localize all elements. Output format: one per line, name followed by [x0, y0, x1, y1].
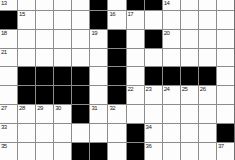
white-cell-r0c6[interactable] — [108, 0, 125, 10]
white-cell-r5c12[interactable] — [217, 86, 234, 104]
black-cell-r4c3 — [54, 67, 71, 85]
white-cell-r6c0[interactable]: 27 — [0, 105, 17, 123]
white-cell-r2c4[interactable] — [72, 30, 89, 48]
white-cell-r2c9[interactable]: 20 — [163, 30, 180, 48]
white-cell-r8c12[interactable]: 37 — [217, 143, 234, 160]
white-cell-r1c9[interactable] — [163, 11, 180, 29]
crossword-screenshot: 1314151617181920212223242526272829303132… — [0, 0, 235, 160]
white-cell-r5c9[interactable]: 24 — [163, 86, 180, 104]
white-cell-r3c2[interactable] — [36, 49, 53, 67]
clue-number-16: 16 — [109, 11, 115, 18]
black-cell-r7c7 — [127, 124, 144, 142]
white-cell-r6c7[interactable] — [127, 105, 144, 123]
clue-number-21: 21 — [1, 49, 7, 56]
white-cell-r3c8[interactable] — [145, 49, 162, 67]
white-cell-r0c10[interactable] — [181, 0, 198, 10]
clue-number-27: 27 — [1, 105, 7, 112]
white-cell-r7c3[interactable] — [54, 124, 71, 142]
white-cell-r5c10[interactable]: 25 — [181, 86, 198, 104]
white-cell-r7c10[interactable] — [181, 124, 198, 142]
clue-number-17: 17 — [128, 11, 134, 18]
white-cell-r3c1[interactable] — [18, 49, 35, 67]
white-cell-r8c6[interactable] — [108, 143, 125, 160]
clue-number-28: 28 — [19, 105, 25, 112]
white-cell-r7c4[interactable] — [72, 124, 89, 142]
white-cell-r4c5[interactable] — [90, 67, 107, 85]
white-cell-r1c1[interactable]: 15 — [18, 11, 35, 29]
white-cell-r1c8[interactable] — [145, 11, 162, 29]
white-cell-r2c10[interactable] — [181, 30, 198, 48]
white-cell-r5c5[interactable] — [90, 86, 107, 104]
black-cell-r4c4 — [72, 67, 89, 85]
white-cell-r6c10[interactable] — [181, 105, 198, 123]
white-cell-r8c2[interactable] — [36, 143, 53, 160]
white-cell-r3c0[interactable]: 21 — [0, 49, 17, 67]
white-cell-r0c11[interactable] — [199, 0, 216, 10]
white-cell-r3c9[interactable] — [163, 49, 180, 67]
black-cell-r1c0 — [0, 11, 17, 29]
clue-number-18: 18 — [1, 30, 7, 37]
white-cell-r8c8[interactable]: 36 — [145, 143, 162, 160]
clue-number-30: 30 — [55, 105, 61, 112]
black-cell-r3c6 — [108, 49, 125, 67]
black-cell-r4c8 — [145, 67, 162, 85]
black-cell-r4c10 — [181, 67, 198, 85]
white-cell-r3c10[interactable] — [181, 49, 198, 67]
white-cell-r6c9[interactable] — [163, 105, 180, 123]
white-cell-r0c0[interactable]: 13 — [0, 0, 17, 10]
white-cell-r7c11[interactable] — [199, 124, 216, 142]
white-cell-r3c3[interactable] — [54, 49, 71, 67]
white-cell-r1c11[interactable] — [199, 11, 216, 29]
white-cell-r1c12[interactable] — [217, 11, 234, 29]
black-cell-r5c6 — [108, 86, 125, 104]
white-cell-r8c10[interactable] — [181, 143, 198, 160]
black-cell-r6c4 — [72, 105, 89, 123]
black-cell-r0c7 — [127, 0, 144, 10]
white-cell-r1c3[interactable] — [54, 11, 71, 29]
white-cell-r8c11[interactable] — [199, 143, 216, 160]
white-cell-r8c3[interactable] — [54, 143, 71, 160]
black-cell-r4c9 — [163, 67, 180, 85]
white-cell-r5c11[interactable]: 26 — [199, 86, 216, 104]
white-cell-r8c1[interactable] — [18, 143, 35, 160]
black-cell-r5c1 — [18, 86, 35, 104]
clue-number-20: 20 — [164, 30, 170, 37]
white-cell-r2c7[interactable] — [127, 30, 144, 48]
white-cell-r1c4[interactable] — [72, 11, 89, 29]
black-cell-r2c6 — [108, 30, 125, 48]
white-cell-r8c9[interactable] — [163, 143, 180, 160]
black-cell-r7c12 — [217, 124, 234, 142]
clue-number-36: 36 — [146, 143, 152, 150]
white-cell-r0c9[interactable]: 14 — [163, 0, 180, 10]
clue-number-19: 19 — [91, 30, 97, 37]
clue-number-22: 22 — [128, 86, 134, 93]
white-cell-r0c12[interactable] — [217, 0, 234, 10]
white-cell-r3c12[interactable] — [217, 49, 234, 67]
white-cell-r3c11[interactable] — [199, 49, 216, 67]
black-cell-r5c3 — [54, 86, 71, 104]
white-cell-r2c1[interactable] — [18, 30, 35, 48]
white-cell-r6c8[interactable] — [145, 105, 162, 123]
white-cell-r5c8[interactable]: 23 — [145, 86, 162, 104]
white-cell-r6c6[interactable]: 32 — [108, 105, 125, 123]
white-cell-r4c12[interactable] — [217, 67, 234, 85]
white-cell-r8c0[interactable]: 35 — [0, 143, 17, 160]
white-cell-r2c0[interactable]: 18 — [0, 30, 17, 48]
black-cell-r2c8 — [145, 30, 162, 48]
white-cell-r4c7[interactable] — [127, 67, 144, 85]
white-cell-r7c0[interactable]: 33 — [0, 124, 17, 142]
white-cell-r7c2[interactable] — [36, 124, 53, 142]
black-cell-r8c7 — [127, 143, 144, 160]
white-cell-r6c2[interactable]: 29 — [36, 105, 53, 123]
clue-number-15: 15 — [19, 11, 25, 18]
clue-number-23: 23 — [146, 86, 152, 93]
black-cell-r4c2 — [36, 67, 53, 85]
white-cell-r4c0[interactable] — [0, 67, 17, 85]
white-cell-r7c8[interactable]: 34 — [145, 124, 162, 142]
white-cell-r3c7[interactable] — [127, 49, 144, 67]
white-cell-r2c12[interactable] — [217, 30, 234, 48]
black-cell-r8c5 — [90, 143, 107, 160]
clue-number-26: 26 — [200, 86, 206, 93]
black-cell-r0c8 — [145, 0, 162, 10]
white-cell-r3c5[interactable] — [90, 49, 107, 67]
clue-number-35: 35 — [1, 143, 7, 150]
white-cell-r2c5[interactable]: 19 — [90, 30, 107, 48]
white-cell-r0c3[interactable] — [54, 0, 71, 10]
white-cell-r0c1[interactable] — [18, 0, 35, 10]
clue-number-25: 25 — [182, 86, 188, 93]
white-cell-r5c7[interactable]: 22 — [127, 86, 144, 104]
crossword-grid: 1314151617181920212223242526272829303132… — [0, 0, 235, 160]
black-cell-r5c2 — [36, 86, 53, 104]
white-cell-r2c2[interactable] — [36, 30, 53, 48]
white-cell-r1c7[interactable]: 17 — [127, 11, 144, 29]
white-cell-r1c10[interactable] — [181, 11, 198, 29]
white-cell-r6c11[interactable] — [199, 105, 216, 123]
black-cell-r4c11 — [199, 67, 216, 85]
white-cell-r6c3[interactable]: 30 — [54, 105, 71, 123]
white-cell-r7c6[interactable] — [108, 124, 125, 142]
white-cell-r2c11[interactable] — [199, 30, 216, 48]
white-cell-r1c6[interactable]: 16 — [108, 11, 125, 29]
black-cell-r4c6 — [108, 67, 125, 85]
white-cell-r7c5[interactable] — [90, 124, 107, 142]
white-cell-r6c5[interactable]: 31 — [90, 105, 107, 123]
clue-number-33: 33 — [1, 124, 7, 131]
white-cell-r2c3[interactable] — [54, 30, 71, 48]
black-cell-r8c4 — [72, 143, 89, 160]
clue-number-14: 14 — [164, 0, 170, 7]
black-cell-r0c5 — [90, 0, 107, 10]
clue-number-24: 24 — [164, 86, 170, 93]
clue-number-31: 31 — [91, 105, 97, 112]
clue-number-37: 37 — [218, 143, 224, 150]
black-cell-r1c5 — [90, 11, 107, 29]
clue-number-32: 32 — [109, 105, 115, 112]
clue-number-34: 34 — [146, 124, 152, 131]
black-cell-r5c4 — [72, 86, 89, 104]
white-cell-r6c1[interactable]: 28 — [18, 105, 35, 123]
white-cell-r0c4[interactable] — [72, 0, 89, 10]
black-cell-r4c1 — [18, 67, 35, 85]
white-cell-r7c1[interactable] — [18, 124, 35, 142]
white-cell-r7c9[interactable] — [163, 124, 180, 142]
white-cell-r0c2[interactable] — [36, 0, 53, 10]
white-cell-r1c2[interactable] — [36, 11, 53, 29]
white-cell-r6c12[interactable] — [217, 105, 234, 123]
white-cell-r5c0[interactable] — [0, 86, 17, 104]
white-cell-r3c4[interactable] — [72, 49, 89, 67]
clue-number-29: 29 — [37, 105, 43, 112]
clue-number-13: 13 — [1, 0, 7, 7]
